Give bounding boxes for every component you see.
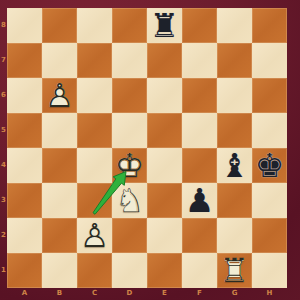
square-h3[interactable] <box>252 183 287 218</box>
rank-label-7: 7 <box>0 43 7 78</box>
file-label-c: c <box>77 288 112 300</box>
black-piece-glyph: ♜ <box>147 8 182 43</box>
chess-board: ♜♟♙♚♔♝♚♞♘♟♟♙♜♖ <box>7 8 287 288</box>
file-label-e: e <box>147 288 182 300</box>
square-g8[interactable] <box>217 8 252 43</box>
square-g1[interactable]: ♜♖ <box>217 253 252 288</box>
square-h1[interactable] <box>252 253 287 288</box>
file-label-f: f <box>182 288 217 300</box>
square-a1[interactable] <box>7 253 42 288</box>
square-a4[interactable] <box>7 148 42 183</box>
square-e8[interactable]: ♜ <box>147 8 182 43</box>
square-f4[interactable] <box>182 148 217 183</box>
square-e3[interactable] <box>147 183 182 218</box>
square-f8[interactable] <box>182 8 217 43</box>
file-label-d: d <box>112 288 147 300</box>
piece-white-pawn[interactable]: ♟♙ <box>77 218 112 253</box>
square-g5[interactable] <box>217 113 252 148</box>
square-c3[interactable] <box>77 183 112 218</box>
square-c2[interactable]: ♟♙ <box>77 218 112 253</box>
square-g7[interactable] <box>217 43 252 78</box>
square-d7[interactable] <box>112 43 147 78</box>
file-label-h: h <box>252 288 287 300</box>
square-c6[interactable] <box>77 78 112 113</box>
rank-label-6: 6 <box>0 78 7 113</box>
square-c4[interactable] <box>77 148 112 183</box>
piece-white-king[interactable]: ♚♔ <box>112 148 147 183</box>
square-h6[interactable] <box>252 78 287 113</box>
piece-white-knight[interactable]: ♞♘ <box>112 183 147 218</box>
rank-label-3: 3 <box>0 183 7 218</box>
square-f6[interactable] <box>182 78 217 113</box>
square-d2[interactable] <box>112 218 147 253</box>
rank-label-1: 1 <box>0 253 7 288</box>
square-c7[interactable] <box>77 43 112 78</box>
rank-label-4: 4 <box>0 148 7 183</box>
black-piece-glyph: ♝ <box>217 148 252 183</box>
rank-labels: 87654321 <box>0 8 7 288</box>
piece-black-pawn[interactable]: ♟ <box>182 183 217 218</box>
square-d3[interactable]: ♞♘ <box>112 183 147 218</box>
square-f2[interactable] <box>182 218 217 253</box>
square-b3[interactable] <box>42 183 77 218</box>
square-g2[interactable] <box>217 218 252 253</box>
square-b7[interactable] <box>42 43 77 78</box>
square-h7[interactable] <box>252 43 287 78</box>
square-h2[interactable] <box>252 218 287 253</box>
rank-label-8: 8 <box>0 8 7 43</box>
square-a5[interactable] <box>7 113 42 148</box>
square-a3[interactable] <box>7 183 42 218</box>
square-e5[interactable] <box>147 113 182 148</box>
square-a7[interactable] <box>7 43 42 78</box>
square-h4[interactable]: ♚ <box>252 148 287 183</box>
square-a8[interactable] <box>7 8 42 43</box>
square-d5[interactable] <box>112 113 147 148</box>
square-b4[interactable] <box>42 148 77 183</box>
piece-black-rook[interactable]: ♜ <box>147 8 182 43</box>
square-a2[interactable] <box>7 218 42 253</box>
square-f3[interactable]: ♟ <box>182 183 217 218</box>
square-a6[interactable] <box>7 78 42 113</box>
file-label-a: a <box>7 288 42 300</box>
square-e2[interactable] <box>147 218 182 253</box>
board-frame: ♜♟♙♚♔♝♚♞♘♟♟♙♜♖ 87654321 abcdefgh <box>0 0 300 300</box>
file-label-g: g <box>217 288 252 300</box>
square-g3[interactable] <box>217 183 252 218</box>
rank-label-5: 5 <box>0 113 7 148</box>
piece-black-bishop[interactable]: ♝ <box>217 148 252 183</box>
piece-black-king[interactable]: ♚ <box>252 148 287 183</box>
white-piece-outline: ♔ <box>112 148 147 183</box>
square-f5[interactable] <box>182 113 217 148</box>
square-g4[interactable]: ♝ <box>217 148 252 183</box>
square-e7[interactable] <box>147 43 182 78</box>
square-c8[interactable] <box>77 8 112 43</box>
rank-label-2: 2 <box>0 218 7 253</box>
white-piece-outline: ♖ <box>217 253 252 288</box>
square-e1[interactable] <box>147 253 182 288</box>
square-g6[interactable] <box>217 78 252 113</box>
square-h8[interactable] <box>252 8 287 43</box>
square-b5[interactable] <box>42 113 77 148</box>
square-b2[interactable] <box>42 218 77 253</box>
square-b8[interactable] <box>42 8 77 43</box>
square-e6[interactable] <box>147 78 182 113</box>
white-piece-outline: ♘ <box>112 183 147 218</box>
black-piece-glyph: ♚ <box>252 148 287 183</box>
square-h5[interactable] <box>252 113 287 148</box>
file-label-b: b <box>42 288 77 300</box>
square-e4[interactable] <box>147 148 182 183</box>
square-c1[interactable] <box>77 253 112 288</box>
square-d8[interactable] <box>112 8 147 43</box>
white-piece-outline: ♙ <box>77 218 112 253</box>
square-d6[interactable] <box>112 78 147 113</box>
square-d4[interactable]: ♚♔ <box>112 148 147 183</box>
black-piece-glyph: ♟ <box>182 183 217 218</box>
square-b6[interactable]: ♟♙ <box>42 78 77 113</box>
file-labels: abcdefgh <box>7 288 287 300</box>
square-b1[interactable] <box>42 253 77 288</box>
square-f7[interactable] <box>182 43 217 78</box>
white-piece-outline: ♙ <box>42 78 77 113</box>
piece-white-pawn[interactable]: ♟♙ <box>42 78 77 113</box>
square-f1[interactable] <box>182 253 217 288</box>
square-c5[interactable] <box>77 113 112 148</box>
piece-white-rook[interactable]: ♜♖ <box>217 253 252 288</box>
square-d1[interactable] <box>112 253 147 288</box>
